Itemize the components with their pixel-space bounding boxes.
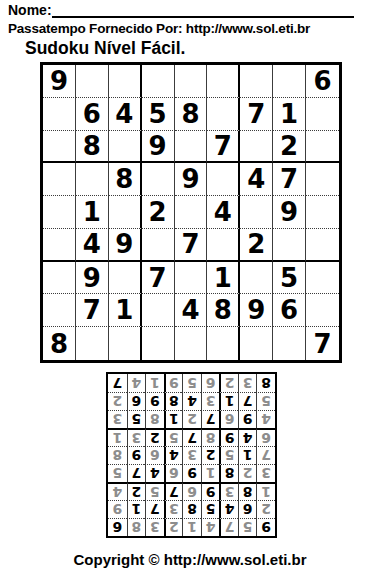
puzzle-cell-r2c2: 6 [76, 98, 109, 131]
puzzle-cell-r3c4: 9 [142, 131, 175, 164]
name-blank-line [52, 3, 354, 18]
solution-cell-r1c1: 9 [256, 518, 275, 536]
solution-cell-r5c2: 1 [238, 446, 257, 464]
solution-cell-r8c3: 1 [219, 392, 238, 410]
copyright-line: Copyright © http://www.sol.eti.br [0, 551, 380, 568]
name-row: Nome: [8, 3, 354, 18]
solution-cell-r4c8: 7 [127, 464, 146, 482]
page-title: Sudoku Nível Fácil. [25, 38, 185, 59]
solution-cell-r4c9: 5 [108, 464, 127, 482]
puzzle-cell-r2c1[interactable] [43, 98, 76, 131]
puzzle-cell-r6c1[interactable] [43, 229, 76, 262]
solution-cell-r8c5: 4 [182, 392, 201, 410]
puzzle-cell-r3c2: 8 [76, 131, 109, 164]
puzzle-cell-r6c4[interactable] [142, 229, 175, 262]
solution-cell-r1c6: 2 [164, 518, 183, 536]
puzzle-cell-r5c5[interactable] [175, 196, 208, 229]
solution-cell-r9c2: 3 [238, 374, 257, 392]
puzzle-cell-r9c4[interactable] [142, 327, 175, 360]
solution-cell-r1c9: 6 [108, 518, 127, 536]
puzzle-cell-r4c4[interactable] [142, 163, 175, 196]
puzzle-cell-r4c9[interactable] [306, 163, 339, 196]
solution-cell-r7c4: 7 [201, 410, 220, 428]
solution-cell-r6c3: 9 [219, 428, 238, 446]
puzzle-cell-r6c6[interactable] [207, 229, 240, 262]
solution-cell-r2c8: 1 [127, 500, 146, 518]
solution-cell-r7c9: 3 [108, 410, 127, 428]
puzzle-cell-r2c6[interactable] [207, 98, 240, 131]
puzzle-cell-r4c5: 9 [175, 163, 208, 196]
solution-cell-r4c7: 4 [145, 464, 164, 482]
solution-cell-r2c9: 9 [108, 500, 127, 518]
solution-cell-r5c8: 9 [127, 446, 146, 464]
solution-cell-r1c2: 5 [238, 518, 257, 536]
puzzle-cell-r7c9[interactable] [306, 262, 339, 295]
puzzle-cell-r9c5[interactable] [175, 327, 208, 360]
puzzle-cell-r7c6: 1 [207, 262, 240, 295]
solution-cell-r2c7: 7 [145, 500, 164, 518]
puzzle-cell-r3c7[interactable] [240, 131, 273, 164]
solution-cell-r6c7: 2 [145, 428, 164, 446]
puzzle-grid: 966458718972894712494972971571489687 [40, 62, 342, 363]
puzzle-cell-r6c2: 4 [76, 229, 109, 262]
solution-cell-r4c3: 8 [219, 464, 238, 482]
puzzle-cell-r8c2: 7 [76, 294, 109, 327]
solution-cell-r4c6: 6 [164, 464, 183, 482]
solution-cell-r9c6: 9 [164, 374, 183, 392]
solution-cell-r3c6: 7 [164, 482, 183, 500]
puzzle-cell-r5c4: 2 [142, 196, 175, 229]
solution-cell-r8c1: 5 [256, 392, 275, 410]
puzzle-cell-r8c7: 9 [240, 294, 273, 327]
puzzle-cell-r8c1[interactable] [43, 294, 76, 327]
puzzle-cell-r2c7: 7 [240, 98, 273, 131]
solution-cell-r6c2: 4 [238, 428, 257, 446]
puzzle-cell-r3c9[interactable] [306, 131, 339, 164]
puzzle-cell-r2c9[interactable] [306, 98, 339, 131]
puzzle-cell-r6c9[interactable] [306, 229, 339, 262]
solution-cell-r2c3: 4 [219, 500, 238, 518]
solution-cell-r6c8: 3 [127, 428, 146, 446]
solution-cell-r6c4: 8 [201, 428, 220, 446]
puzzle-cell-r5c7[interactable] [240, 196, 273, 229]
solution-cell-r3c7: 5 [145, 482, 164, 500]
solution-cell-r2c6: 3 [164, 500, 183, 518]
puzzle-cell-r9c9: 7 [306, 327, 339, 360]
solution-cell-r1c4: 4 [201, 518, 220, 536]
solution-cell-r7c2: 9 [238, 410, 257, 428]
solution-cell-r5c5: 3 [182, 446, 201, 464]
solution-cell-r7c8: 5 [127, 410, 146, 428]
solution-cell-r1c5: 1 [182, 518, 201, 536]
solution-cell-r9c8: 4 [127, 374, 146, 392]
puzzle-cell-r5c9[interactable] [306, 196, 339, 229]
puzzle-cell-r4c7: 4 [240, 163, 273, 196]
solution-cell-r5c3: 5 [219, 446, 238, 464]
puzzle-cell-r5c2: 1 [76, 196, 109, 229]
solution-cell-r9c5: 5 [182, 374, 201, 392]
puzzle-cell-r6c7: 2 [240, 229, 273, 262]
solution-cell-r3c5: 6 [182, 482, 201, 500]
puzzle-cell-r9c8[interactable] [273, 327, 306, 360]
solution-cell-r9c7: 1 [145, 374, 164, 392]
puzzle-cell-r1c2[interactable] [76, 65, 109, 98]
solution-cell-r1c3: 7 [219, 518, 238, 536]
puzzle-cell-r8c9[interactable] [306, 294, 339, 327]
solution-cell-r5c6: 4 [164, 446, 183, 464]
puzzle-cell-r7c1[interactable] [43, 262, 76, 295]
solution-cell-r8c2: 7 [238, 392, 257, 410]
puzzle-cell-r7c2: 9 [76, 262, 109, 295]
solution-cell-r8c8: 6 [127, 392, 146, 410]
puzzle-cell-r8c6: 8 [207, 294, 240, 327]
solution-cell-r9c4: 6 [201, 374, 220, 392]
solution-cell-r3c2: 8 [238, 482, 257, 500]
solution-cell-r7c5: 2 [182, 410, 201, 428]
puzzle-cell-r6c5: 7 [175, 229, 208, 262]
solution-cell-r2c1: 2 [256, 500, 275, 518]
puzzle-cell-r3c8: 2 [273, 131, 306, 164]
solution-cell-r2c4: 5 [201, 500, 220, 518]
solution-cell-r8c6: 8 [164, 392, 183, 410]
puzzle-cell-r9c2[interactable] [76, 327, 109, 360]
puzzle-cell-r1c8[interactable] [273, 65, 306, 98]
puzzle-cell-r3c5[interactable] [175, 131, 208, 164]
puzzle-cell-r2c4: 5 [142, 98, 175, 131]
solution-cell-r8c7: 9 [145, 392, 164, 410]
solution-cell-r3c1: 1 [256, 482, 275, 500]
puzzle-cell-r9c7[interactable] [240, 327, 273, 360]
puzzle-cell-r1c3[interactable] [109, 65, 142, 98]
puzzle-cell-r7c7[interactable] [240, 262, 273, 295]
puzzle-cell-r8c8: 6 [273, 294, 306, 327]
puzzle-cell-r8c3: 1 [109, 294, 142, 327]
solution-cell-r5c4: 2 [201, 446, 220, 464]
puzzle-cell-r7c5[interactable] [175, 262, 208, 295]
puzzle-cell-r4c3: 8 [109, 163, 142, 196]
puzzle-cell-r6c3: 9 [109, 229, 142, 262]
solution-cell-r6c9: 1 [108, 428, 127, 446]
puzzle-cell-r7c3[interactable] [109, 262, 142, 295]
puzzle-cell-r1c6[interactable] [207, 65, 240, 98]
puzzle-cell-r2c3: 4 [109, 98, 142, 131]
puzzle-cell-r9c3[interactable] [109, 327, 142, 360]
puzzle-cell-r7c8: 5 [273, 262, 306, 295]
solution-cell-r3c3: 3 [219, 482, 238, 500]
solution-cell-r3c8: 2 [127, 482, 146, 500]
solution-cell-r4c4: 1 [201, 464, 220, 482]
puzzle-cell-r4c6[interactable] [207, 163, 240, 196]
solution-cell-r6c5: 7 [182, 428, 201, 446]
puzzle-cell-r1c7[interactable] [240, 65, 273, 98]
solution-grid-rotated: 9574123862645837191839675243281964757152… [106, 372, 277, 538]
solution-cell-r1c7: 3 [145, 518, 164, 536]
solution-cell-r4c1: 3 [256, 464, 275, 482]
solution-cell-r6c6: 5 [164, 428, 183, 446]
solution-cell-r3c9: 4 [108, 482, 127, 500]
puzzle-cell-r3c1[interactable] [43, 131, 76, 164]
solution-cell-r6c1: 6 [256, 428, 275, 446]
solution-cell-r8c9: 2 [108, 392, 127, 410]
solution-cell-r4c5: 9 [182, 464, 201, 482]
puzzle-cell-r9c6[interactable] [207, 327, 240, 360]
puzzle-cell-r4c8: 7 [273, 163, 306, 196]
puzzle-cell-r8c5: 4 [175, 294, 208, 327]
worksheet-page: Nome: Passatempo Fornecido Por: http://w… [0, 0, 380, 585]
puzzle-cell-r4c1[interactable] [43, 163, 76, 196]
name-label: Nome: [8, 3, 52, 18]
solution-cell-r7c3: 6 [219, 410, 238, 428]
solution-cell-r5c1: 7 [256, 446, 275, 464]
solution-cell-r9c1: 8 [256, 374, 275, 392]
puzzle-cell-r6c8[interactable] [273, 229, 306, 262]
solution-cell-r5c9: 8 [108, 446, 127, 464]
solution-cell-r3c4: 9 [201, 482, 220, 500]
solution-cell-r2c5: 8 [182, 500, 201, 518]
puzzle-cell-r2c8: 1 [273, 98, 306, 131]
solution-cell-r9c9: 7 [108, 374, 127, 392]
puzzle-cell-r4c2[interactable] [76, 163, 109, 196]
puzzle-cell-r1c1: 9 [43, 65, 76, 98]
puzzle-cell-r3c3[interactable] [109, 131, 142, 164]
puzzle-cell-r5c3[interactable] [109, 196, 142, 229]
puzzle-cell-r7c4: 7 [142, 262, 175, 295]
solution-cell-r9c3: 2 [219, 374, 238, 392]
solution-cell-r7c1: 4 [256, 410, 275, 428]
solution-cell-r2c2: 6 [238, 500, 257, 518]
solution-cell-r7c7: 8 [145, 410, 164, 428]
solution-cell-r8c4: 3 [201, 392, 220, 410]
puzzle-cell-r1c9: 6 [306, 65, 339, 98]
puzzle-cell-r2c5: 8 [175, 98, 208, 131]
puzzle-cell-r9c1: 8 [43, 327, 76, 360]
puzzle-cell-r3c6: 7 [207, 131, 240, 164]
solution-cell-r1c8: 8 [127, 518, 146, 536]
puzzle-cell-r5c8: 9 [273, 196, 306, 229]
solution-cell-r7c6: 1 [164, 410, 183, 428]
puzzle-cell-r1c5[interactable] [175, 65, 208, 98]
puzzle-cell-r8c4[interactable] [142, 294, 175, 327]
puzzle-cell-r5c1[interactable] [43, 196, 76, 229]
puzzle-cell-r5c6: 4 [207, 196, 240, 229]
solution-cell-r4c2: 2 [238, 464, 257, 482]
provider-line: Passatempo Fornecido Por: http://www.sol… [8, 21, 310, 36]
puzzle-cell-r1c4[interactable] [142, 65, 175, 98]
solution-cell-r5c7: 6 [145, 446, 164, 464]
